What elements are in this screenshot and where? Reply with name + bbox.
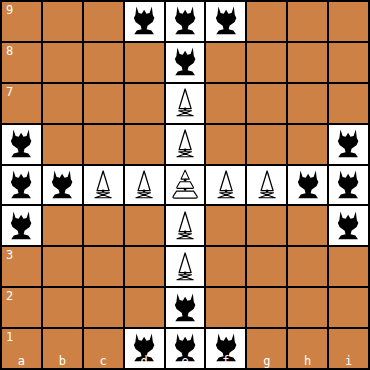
square-e9[interactable]: [166, 2, 205, 41]
square-a8[interactable]: 8: [2, 43, 41, 82]
square-c5[interactable]: [84, 166, 123, 205]
square-g2[interactable]: [247, 288, 286, 327]
square-c7[interactable]: [84, 84, 123, 123]
square-g4[interactable]: [247, 206, 286, 245]
king-piece: [168, 168, 202, 202]
attacker-piece: [168, 45, 202, 79]
square-b9[interactable]: [43, 2, 82, 41]
square-h1[interactable]: h: [288, 329, 327, 368]
square-e5[interactable]: [166, 166, 205, 205]
square-d4[interactable]: [125, 206, 164, 245]
square-i2[interactable]: [329, 288, 368, 327]
square-i6[interactable]: [329, 125, 368, 164]
attacker-piece: [168, 291, 202, 325]
square-c2[interactable]: [84, 288, 123, 327]
attacker-piece: [331, 209, 365, 243]
square-d3[interactable]: [125, 247, 164, 286]
defender-piece: [209, 168, 243, 202]
rank-label-9: 9: [6, 4, 13, 16]
attacker-piece: [127, 331, 161, 365]
square-f1[interactable]: f: [206, 329, 245, 368]
square-h3[interactable]: [288, 247, 327, 286]
square-d1[interactable]: d: [125, 329, 164, 368]
square-e4[interactable]: [166, 206, 205, 245]
square-a1[interactable]: 1a: [2, 329, 41, 368]
square-h2[interactable]: [288, 288, 327, 327]
square-d9[interactable]: [125, 2, 164, 41]
square-h5[interactable]: [288, 166, 327, 205]
attacker-piece: [4, 209, 38, 243]
file-label-c: c: [84, 355, 123, 367]
attacker-piece: [168, 4, 202, 38]
square-c9[interactable]: [84, 2, 123, 41]
attacker-piece: [209, 4, 243, 38]
file-label-h: h: [288, 355, 327, 367]
attacker-piece: [291, 168, 325, 202]
square-i1[interactable]: i: [329, 329, 368, 368]
square-c3[interactable]: [84, 247, 123, 286]
square-f2[interactable]: [206, 288, 245, 327]
square-g7[interactable]: [247, 84, 286, 123]
rank-label-3: 3: [6, 249, 13, 261]
square-b2[interactable]: [43, 288, 82, 327]
rank-label-2: 2: [6, 290, 13, 302]
square-f9[interactable]: [206, 2, 245, 41]
file-label-a: a: [2, 355, 41, 367]
square-g9[interactable]: [247, 2, 286, 41]
square-a3[interactable]: 3: [2, 247, 41, 286]
square-e8[interactable]: [166, 43, 205, 82]
rank-label-8: 8: [6, 45, 13, 57]
square-g8[interactable]: [247, 43, 286, 82]
square-h9[interactable]: [288, 2, 327, 41]
file-label-i: i: [329, 355, 368, 367]
square-h4[interactable]: [288, 206, 327, 245]
square-i8[interactable]: [329, 43, 368, 82]
square-i4[interactable]: [329, 206, 368, 245]
square-e1[interactable]: e: [166, 329, 205, 368]
square-c8[interactable]: [84, 43, 123, 82]
square-h8[interactable]: [288, 43, 327, 82]
square-c1[interactable]: c: [84, 329, 123, 368]
square-f4[interactable]: [206, 206, 245, 245]
square-h7[interactable]: [288, 84, 327, 123]
square-a4[interactable]: 4: [2, 206, 41, 245]
square-d8[interactable]: [125, 43, 164, 82]
square-b7[interactable]: [43, 84, 82, 123]
square-c4[interactable]: [84, 206, 123, 245]
square-g3[interactable]: [247, 247, 286, 286]
square-e6[interactable]: [166, 125, 205, 164]
attacker-piece: [127, 4, 161, 38]
square-f8[interactable]: [206, 43, 245, 82]
square-b8[interactable]: [43, 43, 82, 82]
square-c6[interactable]: [84, 125, 123, 164]
attacker-piece: [168, 331, 202, 365]
square-a9[interactable]: 9: [2, 2, 41, 41]
defender-piece: [127, 168, 161, 202]
square-d5[interactable]: [125, 166, 164, 205]
square-h6[interactable]: [288, 125, 327, 164]
defender-piece: [168, 86, 202, 120]
file-label-b: b: [43, 355, 82, 367]
square-g6[interactable]: [247, 125, 286, 164]
square-i3[interactable]: [329, 247, 368, 286]
square-a6[interactable]: 6: [2, 125, 41, 164]
square-b4[interactable]: [43, 206, 82, 245]
square-g1[interactable]: g: [247, 329, 286, 368]
attacker-piece: [209, 331, 243, 365]
square-f5[interactable]: [206, 166, 245, 205]
defender-piece: [168, 209, 202, 243]
rank-label-7: 7: [6, 86, 13, 98]
square-e3[interactable]: [166, 247, 205, 286]
square-d6[interactable]: [125, 125, 164, 164]
square-e2[interactable]: [166, 288, 205, 327]
defender-piece: [250, 168, 284, 202]
attacker-piece: [45, 168, 79, 202]
tablut-board: 987654321abcdefghi: [0, 0, 370, 370]
square-f7[interactable]: [206, 84, 245, 123]
defender-piece: [86, 168, 120, 202]
square-a2[interactable]: 2: [2, 288, 41, 327]
square-f6[interactable]: [206, 125, 245, 164]
attacker-piece: [331, 127, 365, 161]
square-g5[interactable]: [247, 166, 286, 205]
square-d2[interactable]: [125, 288, 164, 327]
file-label-g: g: [247, 355, 286, 367]
square-a7[interactable]: 7: [2, 84, 41, 123]
square-i5[interactable]: [329, 166, 368, 205]
attacker-piece: [331, 168, 365, 202]
square-i9[interactable]: [329, 2, 368, 41]
attacker-piece: [4, 168, 38, 202]
square-b1[interactable]: b: [43, 329, 82, 368]
defender-piece: [168, 127, 202, 161]
rank-label-1: 1: [6, 331, 13, 343]
square-a5[interactable]: 5: [2, 166, 41, 205]
square-e7[interactable]: [166, 84, 205, 123]
defender-piece: [168, 250, 202, 284]
square-b6[interactable]: [43, 125, 82, 164]
square-i7[interactable]: [329, 84, 368, 123]
square-b5[interactable]: [43, 166, 82, 205]
square-f3[interactable]: [206, 247, 245, 286]
square-b3[interactable]: [43, 247, 82, 286]
square-d7[interactable]: [125, 84, 164, 123]
attacker-piece: [4, 127, 38, 161]
